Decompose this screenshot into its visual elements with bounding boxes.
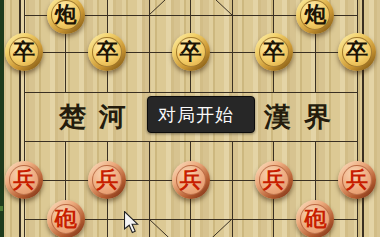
piece-red-soldier[interactable]: 兵	[338, 161, 376, 199]
black-soldier-glyph: 卒	[176, 37, 206, 67]
red-cannon-glyph: 砲	[51, 204, 81, 234]
piece-red-soldier[interactable]: 兵	[5, 161, 43, 199]
piece-red-cannon[interactable]: 砲	[47, 200, 85, 237]
black-soldier-glyph: 卒	[342, 37, 372, 67]
mouse-cursor-icon	[124, 211, 139, 234]
red-soldier-glyph: 兵	[176, 165, 206, 195]
red-soldier-glyph: 兵	[259, 165, 289, 195]
desktop-edge-highlight	[0, 206, 3, 211]
piece-red-soldier[interactable]: 兵	[88, 161, 126, 199]
black-soldier-glyph: 卒	[9, 37, 39, 67]
piece-black-soldier[interactable]: 卒	[338, 33, 376, 71]
river-label-han-jie: 漢界	[264, 100, 344, 134]
red-soldier-glyph: 兵	[342, 165, 372, 195]
piece-red-cannon[interactable]: 砲	[296, 200, 334, 237]
black-cannon-glyph: 炮	[51, 0, 81, 30]
piece-black-cannon[interactable]: 炮	[47, 0, 85, 34]
xiangqi-app-window: 楚河 漢界 对局开始 炮炮卒卒卒卒卒兵兵兵兵砲砲兵	[0, 0, 380, 237]
piece-red-soldier[interactable]: 兵	[172, 161, 210, 199]
piece-black-soldier[interactable]: 卒	[88, 33, 126, 71]
piece-black-soldier[interactable]: 卒	[255, 33, 293, 71]
black-soldier-glyph: 卒	[259, 37, 289, 67]
red-cannon-glyph: 砲	[300, 204, 330, 234]
black-soldier-glyph: 卒	[92, 37, 122, 67]
piece-black-soldier[interactable]: 卒	[5, 33, 43, 71]
game-start-dialog: 对局开始	[147, 96, 255, 133]
red-soldier-glyph: 兵	[9, 165, 39, 195]
piece-black-soldier[interactable]: 卒	[172, 33, 210, 71]
red-soldier-glyph: 兵	[92, 165, 122, 195]
river-label-chu-he: 楚河	[59, 100, 139, 134]
black-cannon-glyph: 炮	[300, 0, 330, 30]
desktop-edge-strip	[0, 0, 4, 237]
piece-red-soldier[interactable]: 兵	[255, 161, 293, 199]
